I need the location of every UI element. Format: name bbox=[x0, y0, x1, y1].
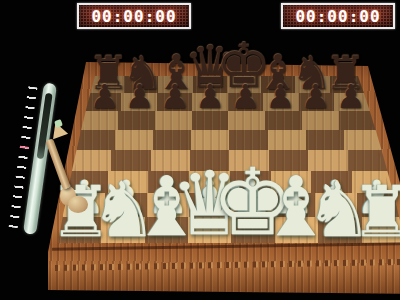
piece-black-pawn[interactable]: ♟ bbox=[264, 80, 297, 113]
clock-right: 00:00:00 bbox=[281, 3, 395, 29]
clock-left-time: 00:00:00 bbox=[91, 7, 176, 26]
clock-right-time: 00:00:00 bbox=[295, 7, 380, 26]
piece-black-pawn[interactable]: ♟ bbox=[88, 80, 121, 113]
piece-black-pawn[interactable]: ♟ bbox=[158, 80, 191, 113]
piece-black-pawn[interactable]: ♟ bbox=[334, 80, 367, 113]
game-screen: 00:00:00 00:00:00 ♜♞♝♛♚♝♞♜♟♟♟♟♟♟♟♟♟♟♟♟♟♟… bbox=[0, 0, 400, 300]
piece-black-pawn[interactable]: ♟ bbox=[229, 80, 262, 113]
piece-black-pawn[interactable]: ♟ bbox=[194, 80, 227, 113]
piece-black-pawn[interactable]: ♟ bbox=[299, 80, 332, 113]
piece-black-pawn[interactable]: ♟ bbox=[123, 80, 156, 113]
piece-white-rook[interactable]: ♜ bbox=[347, 177, 400, 247]
clock-left: 00:00:00 bbox=[77, 3, 191, 29]
board-row-rank-5[interactable] bbox=[77, 130, 382, 150]
gauge-tube-core bbox=[37, 93, 53, 159]
